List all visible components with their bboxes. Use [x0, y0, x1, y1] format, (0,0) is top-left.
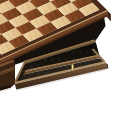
plinth-base: [0, 60, 15, 92]
chessboard-product-photo: [0, 0, 120, 120]
board-apron-right-face: [107, 11, 111, 22]
drawer-knob[interactable]: [71, 64, 74, 70]
